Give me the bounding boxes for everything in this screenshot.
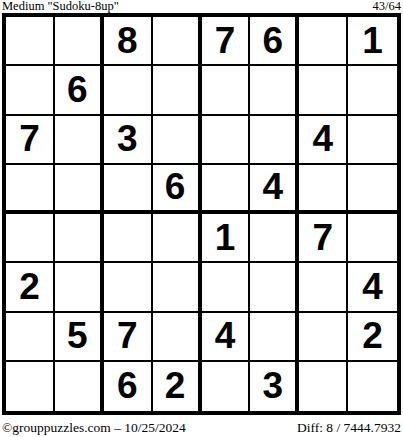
cell-r3c5 [202,116,251,165]
cell-r4c3 [104,165,153,214]
cell-r1c5: 7 [202,17,251,66]
blank-cell-counter: 43/64 [373,0,401,13]
cell-r4c2 [55,165,104,214]
cell-r6c1: 2 [6,263,55,312]
cell-r1c3: 8 [104,17,153,66]
cell-r2c8 [348,66,397,115]
cell-r7c7 [299,313,348,362]
cell-r8c4: 2 [153,362,202,411]
cell-r5c7: 7 [299,214,348,263]
cell-r1c6: 6 [250,17,299,66]
cell-r1c7 [299,17,348,66]
difficulty-rating: Diff: 8 / 7444.7932 [297,420,401,436]
cell-r8c2 [55,362,104,411]
cell-r2c3 [104,66,153,115]
cell-r6c5 [202,263,251,312]
cell-r7c4 [153,313,202,362]
cell-r4c7 [299,165,348,214]
cell-r3c1: 7 [6,116,55,165]
cell-r5c8 [348,214,397,263]
puzzle-title: Medium "Sudoku-8up" [2,0,119,13]
cell-r3c7: 4 [299,116,348,165]
cell-r5c6 [250,214,299,263]
cell-r8c3: 6 [104,362,153,411]
cell-r6c2 [55,263,104,312]
cell-r7c8: 2 [348,313,397,362]
cell-r4c5 [202,165,251,214]
cell-r3c3: 3 [104,116,153,165]
cell-r8c5 [202,362,251,411]
cell-r1c4 [153,17,202,66]
cell-r7c3: 7 [104,313,153,362]
puzzle-page: Medium "Sudoku-8up" 43/64 87616734641724… [0,0,403,437]
cell-r3c8 [348,116,397,165]
cell-r3c4 [153,116,202,165]
cell-r2c4 [153,66,202,115]
cell-r6c3 [104,263,153,312]
cell-r5c1 [6,214,55,263]
cell-r7c5: 4 [202,313,251,362]
copyright-date: ©grouppuzzles.com – 10/25/2024 [2,420,186,436]
cell-r6c6 [250,263,299,312]
cell-r8c1 [6,362,55,411]
cell-r8c6: 3 [250,362,299,411]
footer: ©grouppuzzles.com – 10/25/2024 Diff: 8 /… [0,420,403,436]
cell-r6c8: 4 [348,263,397,312]
cell-r5c3 [104,214,153,263]
cell-r4c1 [6,165,55,214]
cell-r2c7 [299,66,348,115]
cell-r2c2: 6 [55,66,104,115]
sudoku-board: 876167346417245742623 [2,13,401,415]
cell-r2c6 [250,66,299,115]
cell-r4c4: 6 [153,165,202,214]
cell-r1c8: 1 [348,17,397,66]
cell-r3c6 [250,116,299,165]
cell-r1c2 [55,17,104,66]
cell-r7c2: 5 [55,313,104,362]
cell-r4c6: 4 [250,165,299,214]
cell-r2c1 [6,66,55,115]
cell-r7c6 [250,313,299,362]
header: Medium "Sudoku-8up" 43/64 [0,0,403,13]
cell-r7c1 [6,313,55,362]
cell-r8c8 [348,362,397,411]
cell-r5c5: 1 [202,214,251,263]
cell-r2c5 [202,66,251,115]
cell-r6c4 [153,263,202,312]
cell-r5c4 [153,214,202,263]
cell-r4c8 [348,165,397,214]
cell-r6c7 [299,263,348,312]
cell-r5c2 [55,214,104,263]
cell-r1c1 [6,17,55,66]
cell-r3c2 [55,116,104,165]
cell-r8c7 [299,362,348,411]
